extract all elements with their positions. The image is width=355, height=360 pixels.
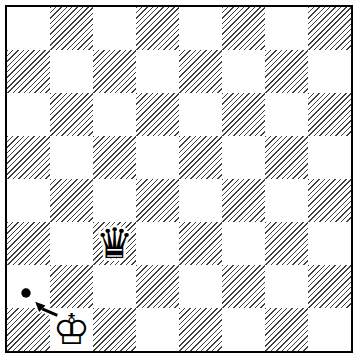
square-g8[interactable] [265,7,308,50]
square-a7[interactable] [7,50,50,93]
square-h6[interactable] [308,93,351,136]
square-e7[interactable] [179,50,222,93]
square-h7[interactable] [308,50,351,93]
square-a8[interactable] [7,7,50,50]
square-h4[interactable] [308,179,351,222]
square-d5[interactable] [136,136,179,179]
square-b6[interactable] [50,93,93,136]
square-d1[interactable] [136,308,179,351]
square-g6[interactable] [265,93,308,136]
square-g1[interactable] [265,308,308,351]
square-e6[interactable] [179,93,222,136]
square-a6[interactable] [7,93,50,136]
square-h2[interactable] [308,265,351,308]
square-b3[interactable] [50,222,93,265]
square-b4[interactable] [50,179,93,222]
square-e1[interactable] [179,308,222,351]
square-g4[interactable] [265,179,308,222]
square-e5[interactable] [179,136,222,179]
square-c7[interactable] [93,50,136,93]
square-b7[interactable] [50,50,93,93]
square-f8[interactable] [222,7,265,50]
square-d3[interactable] [136,222,179,265]
square-c6[interactable] [93,93,136,136]
square-c8[interactable] [93,7,136,50]
square-g2[interactable] [265,265,308,308]
square-d6[interactable] [136,93,179,136]
square-g3[interactable] [265,222,308,265]
board-grid: ♛♔ [7,7,351,351]
square-a2[interactable] [7,265,50,308]
square-a1[interactable] [7,308,50,351]
square-c5[interactable] [93,136,136,179]
square-g5[interactable] [265,136,308,179]
square-g7[interactable] [265,50,308,93]
square-f6[interactable] [222,93,265,136]
square-a3[interactable] [7,222,50,265]
square-e4[interactable] [179,179,222,222]
square-b2[interactable] [50,265,93,308]
square-f2[interactable] [222,265,265,308]
square-a4[interactable] [7,179,50,222]
square-a5[interactable] [7,136,50,179]
square-b5[interactable] [50,136,93,179]
square-f4[interactable] [222,179,265,222]
black-queen[interactable]: ♛ [93,222,136,265]
square-d2[interactable] [136,265,179,308]
square-h5[interactable] [308,136,351,179]
square-b1[interactable]: ♔ [50,308,93,351]
square-h1[interactable] [308,308,351,351]
square-h3[interactable] [308,222,351,265]
square-c2[interactable] [93,265,136,308]
square-e8[interactable] [179,7,222,50]
square-f7[interactable] [222,50,265,93]
square-c4[interactable] [93,179,136,222]
square-f5[interactable] [222,136,265,179]
square-e2[interactable] [179,265,222,308]
square-f3[interactable] [222,222,265,265]
chess-board: ♛♔ [5,5,353,353]
square-d4[interactable] [136,179,179,222]
square-d8[interactable] [136,7,179,50]
square-d7[interactable] [136,50,179,93]
white-king[interactable]: ♔ [50,308,93,351]
square-h8[interactable] [308,7,351,50]
square-f1[interactable] [222,308,265,351]
square-b8[interactable] [50,7,93,50]
square-e3[interactable] [179,222,222,265]
square-c3[interactable]: ♛ [93,222,136,265]
square-c1[interactable] [93,308,136,351]
